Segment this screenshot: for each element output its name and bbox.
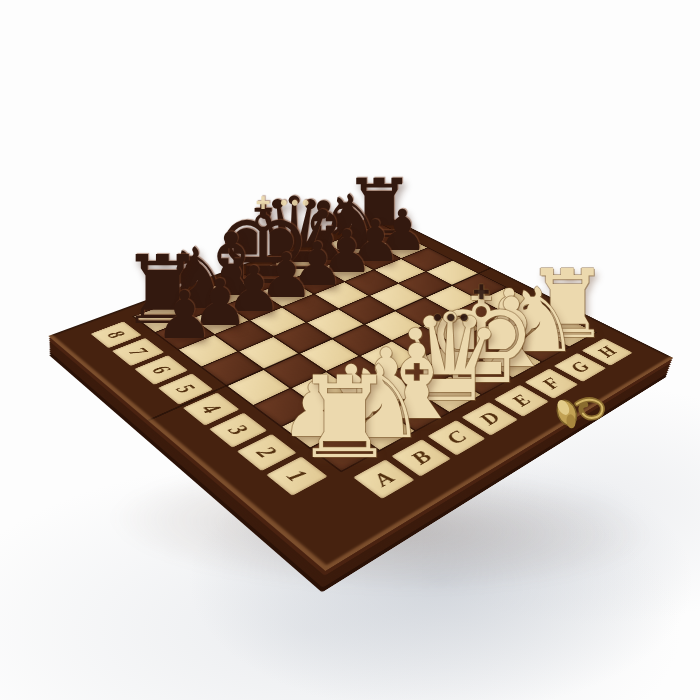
photo-stage: 87654321 ABCDEFGH ♜♞♝♚✚♛∙∙∙♝♞♜♟♟♟♟♟♟♟♟♜♞…: [0, 0, 700, 700]
pieces-layer: ♜♞♝♚✚♛∙∙∙♝♞♜♟♟♟♟♟♟♟♟♜♞♝♛∙∙∙♚✚♝♞♜♟♟♟♟: [0, 0, 700, 700]
light-rook-a1[interactable]: ♜: [294, 362, 395, 475]
dark-pawn-a7[interactable]: ♟: [155, 284, 214, 350]
king-cross-accent: ✚: [256, 195, 271, 212]
